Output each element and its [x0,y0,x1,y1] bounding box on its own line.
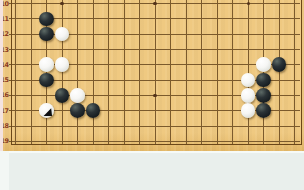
intersection-A10[interactable] [8,0,24,11]
intersection-P13[interactable] [225,42,241,57]
intersection-H18[interactable] [116,118,132,133]
intersection-C14[interactable] [39,57,55,72]
intersection-S13[interactable] [271,42,287,57]
intersection-O18[interactable] [209,118,225,133]
bottom-panel-left-highlight [0,151,9,190]
intersection-T13[interactable] [287,42,303,57]
intersection-R16[interactable] [256,88,272,103]
intersection-D17[interactable] [54,103,70,118]
intersection-A14[interactable] [8,57,24,72]
intersection-N11[interactable] [194,11,210,26]
intersection-A11[interactable] [8,11,24,26]
white-stone-E16[interactable] [70,88,85,103]
intersection-E18[interactable] [70,118,86,133]
intersection-N18[interactable] [194,118,210,133]
intersection-M17[interactable] [178,103,194,118]
intersection-D11[interactable] [54,11,70,26]
intersection-Q16[interactable] [240,88,256,103]
intersection-H12[interactable] [116,27,132,42]
intersection-E19[interactable] [70,134,86,149]
intersection-G16[interactable] [101,88,117,103]
intersection-P11[interactable] [225,11,241,26]
intersection-F11[interactable] [85,11,101,26]
intersection-O17[interactable] [209,103,225,118]
intersection-O12[interactable] [209,27,225,42]
intersection-L11[interactable] [163,11,179,26]
intersection-K13[interactable] [147,42,163,57]
intersection-T14[interactable] [287,57,303,72]
intersection-S10[interactable] [271,0,287,11]
intersection-C17[interactable] [39,103,55,118]
intersection-J19[interactable] [132,134,148,149]
intersection-F15[interactable] [85,72,101,87]
intersection-H19[interactable] [116,134,132,149]
intersection-N16[interactable] [194,88,210,103]
intersection-L19[interactable] [163,134,179,149]
intersection-Q19[interactable] [240,134,256,149]
intersection-M16[interactable] [178,88,194,103]
intersection-S12[interactable] [271,27,287,42]
intersection-H10[interactable] [116,0,132,11]
intersection-N12[interactable] [194,27,210,42]
intersection-K14[interactable] [147,57,163,72]
intersection-J15[interactable] [132,72,148,87]
intersection-O14[interactable] [209,57,225,72]
intersection-C18[interactable] [39,118,55,133]
intersection-R19[interactable] [256,134,272,149]
intersection-R11[interactable] [256,11,272,26]
white-stone-Q16[interactable] [241,88,256,103]
intersection-O13[interactable] [209,42,225,57]
intersection-D12[interactable] [54,27,70,42]
intersection-A13[interactable] [8,42,24,57]
intersection-D19[interactable] [54,134,70,149]
intersection-O15[interactable] [209,72,225,87]
intersection-G19[interactable] [101,134,117,149]
black-stone-E17[interactable] [70,103,85,118]
intersection-B12[interactable] [23,27,39,42]
intersection-H15[interactable] [116,72,132,87]
intersection-S15[interactable] [271,72,287,87]
white-stone-C17[interactable] [39,103,54,118]
intersection-N10[interactable] [194,0,210,11]
go-board: 10111213141516171819 [3,0,304,151]
white-stone-R14[interactable] [256,57,271,72]
intersection-J17[interactable] [132,103,148,118]
intersection-C16[interactable] [39,88,55,103]
intersection-R17[interactable] [256,103,272,118]
intersection-H13[interactable] [116,42,132,57]
intersection-B16[interactable] [23,88,39,103]
left-edge-strip [0,0,3,151]
intersection-K12[interactable] [147,27,163,42]
intersection-T19[interactable] [287,134,303,149]
intersection-J13[interactable] [132,42,148,57]
intersection-B13[interactable] [23,42,39,57]
intersection-R18[interactable] [256,118,272,133]
intersection-D18[interactable] [54,118,70,133]
intersection-J16[interactable] [132,88,148,103]
intersection-M15[interactable] [178,72,194,87]
intersection-P19[interactable] [225,134,241,149]
intersection-F16[interactable] [85,88,101,103]
intersection-D14[interactable] [54,57,70,72]
intersection-P16[interactable] [225,88,241,103]
white-stone-Q17[interactable] [241,103,256,118]
intersection-H14[interactable] [116,57,132,72]
intersection-E10[interactable] [70,0,86,11]
intersection-B17[interactable] [23,103,39,118]
intersection-K10[interactable] [147,0,163,11]
intersection-M12[interactable] [178,27,194,42]
intersection-B15[interactable] [23,72,39,87]
intersection-F18[interactable] [85,118,101,133]
black-stone-C12[interactable] [39,27,54,42]
intersection-Q14[interactable] [240,57,256,72]
intersection-S18[interactable] [271,118,287,133]
intersection-S14[interactable] [271,57,287,72]
intersection-L10[interactable] [163,0,179,11]
intersection-G17[interactable] [101,103,117,118]
intersection-Q12[interactable] [240,27,256,42]
intersection-T16[interactable] [287,88,303,103]
intersection-E11[interactable] [70,11,86,26]
intersection-Q11[interactable] [240,11,256,26]
intersection-Q18[interactable] [240,118,256,133]
intersection-G11[interactable] [101,11,117,26]
intersection-P14[interactable] [225,57,241,72]
intersection-M11[interactable] [178,11,194,26]
intersection-B11[interactable] [23,11,39,26]
intersection-Q13[interactable] [240,42,256,57]
intersection-M18[interactable] [178,118,194,133]
black-stone-F17[interactable] [86,103,101,118]
intersection-C12[interactable] [39,27,55,42]
intersection-P18[interactable] [225,118,241,133]
intersection-O19[interactable] [209,134,225,149]
intersection-T17[interactable] [287,103,303,118]
black-stone-R15[interactable] [256,73,271,88]
board-intersections [8,0,303,149]
intersection-S11[interactable] [271,11,287,26]
intersection-K18[interactable] [147,118,163,133]
white-stone-D14[interactable] [55,57,70,72]
black-stone-C15[interactable] [39,73,54,88]
intersection-L12[interactable] [163,27,179,42]
intersection-H11[interactable] [116,11,132,26]
intersection-T15[interactable] [287,72,303,87]
intersection-F19[interactable] [85,134,101,149]
intersection-J10[interactable] [132,0,148,11]
intersection-B19[interactable] [23,134,39,149]
intersection-F10[interactable] [85,0,101,11]
intersection-K19[interactable] [147,134,163,149]
intersection-O16[interactable] [209,88,225,103]
intersection-K11[interactable] [147,11,163,26]
white-stone-C14[interactable] [39,57,54,72]
intersection-F17[interactable] [85,103,101,118]
intersection-A17[interactable] [8,103,24,118]
black-stone-S14[interactable] [272,57,287,72]
intersection-S19[interactable] [271,134,287,149]
intersection-K16[interactable] [147,88,163,103]
intersection-R15[interactable] [256,72,272,87]
intersection-B14[interactable] [23,57,39,72]
intersection-Q10[interactable] [240,0,256,11]
last-move-triangle-marker [43,108,52,117]
intersection-P15[interactable] [225,72,241,87]
intersection-N19[interactable] [194,134,210,149]
intersection-A16[interactable] [8,88,24,103]
intersection-R12[interactable] [256,27,272,42]
intersection-S16[interactable] [271,88,287,103]
intersection-P12[interactable] [225,27,241,42]
black-stone-R16[interactable] [256,88,271,103]
intersection-E13[interactable] [70,42,86,57]
intersection-P10[interactable] [225,0,241,11]
intersection-O11[interactable] [209,11,225,26]
intersection-J18[interactable] [132,118,148,133]
intersection-L14[interactable] [163,57,179,72]
intersection-C10[interactable] [39,0,55,11]
intersection-G18[interactable] [101,118,117,133]
white-stone-Q15[interactable] [241,73,256,88]
black-stone-C11[interactable] [39,12,54,27]
black-stone-D16[interactable] [55,88,70,103]
intersection-C11[interactable] [39,11,55,26]
intersection-C19[interactable] [39,134,55,149]
intersection-M19[interactable] [178,134,194,149]
intersection-F13[interactable] [85,42,101,57]
intersection-L16[interactable] [163,88,179,103]
intersection-P17[interactable] [225,103,241,118]
intersection-C15[interactable] [39,72,55,87]
intersection-H17[interactable] [116,103,132,118]
intersection-L18[interactable] [163,118,179,133]
black-stone-R17[interactable] [256,103,271,118]
intersection-R10[interactable] [256,0,272,11]
intersection-E16[interactable] [70,88,86,103]
intersection-F14[interactable] [85,57,101,72]
intersection-M13[interactable] [178,42,194,57]
intersection-D15[interactable] [54,72,70,87]
intersection-M14[interactable] [178,57,194,72]
intersection-J11[interactable] [132,11,148,26]
intersection-H16[interactable] [116,88,132,103]
intersection-O10[interactable] [209,0,225,11]
intersection-G12[interactable] [101,27,117,42]
intersection-B18[interactable] [23,118,39,133]
intersection-S17[interactable] [271,103,287,118]
intersection-K15[interactable] [147,72,163,87]
intersection-T18[interactable] [287,118,303,133]
intersection-A15[interactable] [8,72,24,87]
intersection-T12[interactable] [287,27,303,42]
intersection-G10[interactable] [101,0,117,11]
intersection-A12[interactable] [8,27,24,42]
intersection-D13[interactable] [54,42,70,57]
intersection-L15[interactable] [163,72,179,87]
intersection-G15[interactable] [101,72,117,87]
intersection-F12[interactable] [85,27,101,42]
intersection-T11[interactable] [287,11,303,26]
intersection-K17[interactable] [147,103,163,118]
intersection-N17[interactable] [194,103,210,118]
intersection-L13[interactable] [163,42,179,57]
intersection-N13[interactable] [194,42,210,57]
go-app-screenshot: 10111213141516171819 [0,0,304,190]
intersection-R13[interactable] [256,42,272,57]
intersection-E14[interactable] [70,57,86,72]
intersection-A18[interactable] [8,118,24,133]
intersection-E15[interactable] [70,72,86,87]
intersection-J14[interactable] [132,57,148,72]
intersection-E17[interactable] [70,103,86,118]
intersection-D10[interactable] [54,0,70,11]
intersection-C13[interactable] [39,42,55,57]
intersection-A19[interactable] [8,134,24,149]
bottom-panel [0,151,304,190]
intersection-G14[interactable] [101,57,117,72]
intersection-Q15[interactable] [240,72,256,87]
intersection-M10[interactable] [178,0,194,11]
intersection-Q17[interactable] [240,103,256,118]
intersection-D16[interactable] [54,88,70,103]
intersection-T10[interactable] [287,0,303,11]
intersection-N14[interactable] [194,57,210,72]
intersection-J12[interactable] [132,27,148,42]
intersection-R14[interactable] [256,57,272,72]
white-stone-D12[interactable] [55,27,70,42]
intersection-B10[interactable] [23,0,39,11]
intersection-N15[interactable] [194,72,210,87]
intersection-E12[interactable] [70,27,86,42]
intersection-L17[interactable] [163,103,179,118]
intersection-G13[interactable] [101,42,117,57]
